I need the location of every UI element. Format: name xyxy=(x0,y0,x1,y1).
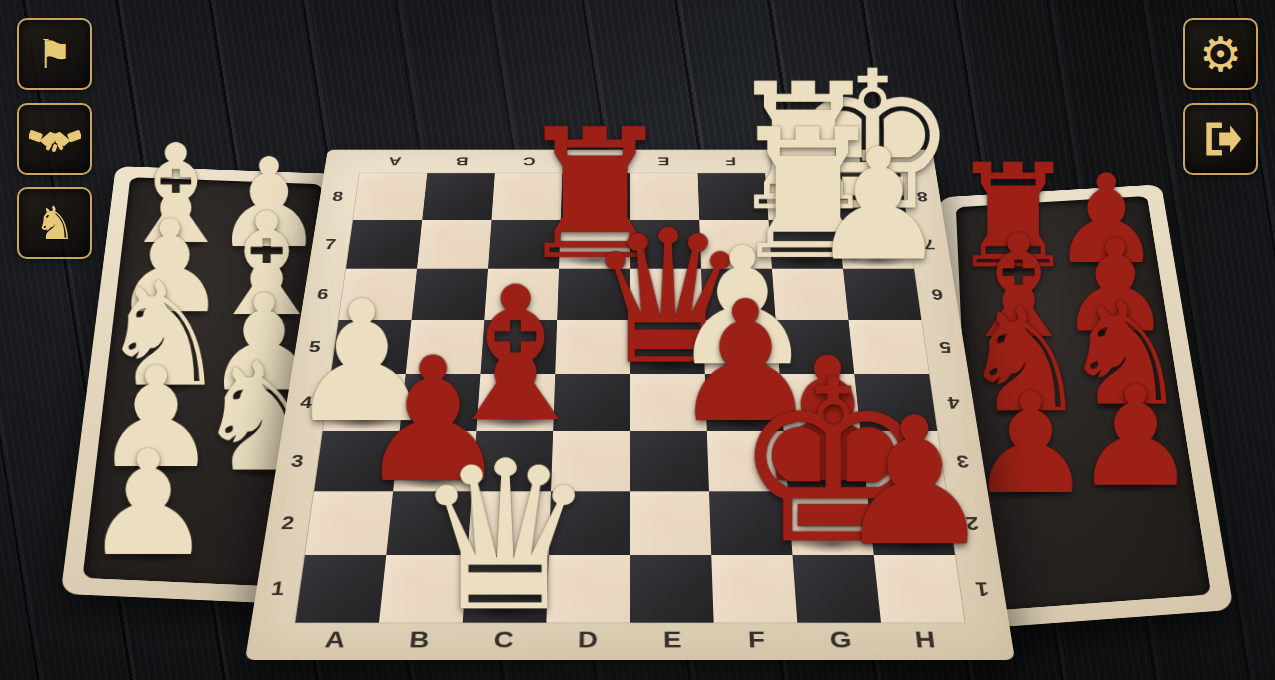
square-h2[interactable] xyxy=(867,491,955,555)
square-h5[interactable] xyxy=(848,320,929,374)
square-d4[interactable] xyxy=(553,374,630,431)
exit-door-arrow-icon xyxy=(1199,117,1243,161)
square-h8[interactable] xyxy=(833,173,907,219)
square-c7[interactable] xyxy=(488,220,561,269)
square-d1[interactable] xyxy=(546,555,630,623)
square-f3[interactable] xyxy=(707,431,788,491)
file-label-bottom-d: D xyxy=(545,628,630,651)
rank-label-right-1: 1 xyxy=(965,579,999,598)
file-label-bottom-c: C xyxy=(461,628,547,651)
square-b8[interactable] xyxy=(422,173,495,219)
square-a2[interactable] xyxy=(305,491,393,555)
gear-icon: ⚙ xyxy=(1199,30,1242,78)
rank-label-left-2: 2 xyxy=(271,514,304,532)
square-e2[interactable] xyxy=(630,491,711,555)
file-label-bottom-h: H xyxy=(882,628,969,651)
square-b2[interactable] xyxy=(386,491,472,555)
exit-button[interactable] xyxy=(1183,103,1258,175)
handshake-icon xyxy=(29,121,81,157)
square-a4[interactable] xyxy=(323,374,406,431)
square-a1[interactable] xyxy=(295,555,386,623)
rank-label-left-3: 3 xyxy=(281,453,313,470)
square-g3[interactable] xyxy=(784,431,867,491)
square-g5[interactable] xyxy=(776,320,855,374)
file-label-top-b: B xyxy=(428,155,496,167)
square-d7[interactable] xyxy=(559,220,630,269)
square-e5[interactable] xyxy=(630,320,705,374)
flag-icon: ⚑ xyxy=(37,34,73,74)
square-g6[interactable] xyxy=(772,269,849,320)
square-c6[interactable] xyxy=(484,269,559,320)
square-h6[interactable] xyxy=(843,269,921,320)
square-d8[interactable] xyxy=(561,173,630,219)
square-d5[interactable] xyxy=(555,320,630,374)
square-a7[interactable] xyxy=(346,220,422,269)
chess-board: AABBCCDDEEFFGGHH1122334455667788♚♜♜♟♜♛♟♟… xyxy=(245,150,1015,660)
square-g8[interactable] xyxy=(765,173,838,219)
rank-label-right-6: 6 xyxy=(923,287,952,302)
file-label-bottom-e: E xyxy=(630,628,715,651)
square-f6[interactable] xyxy=(701,269,776,320)
square-d2[interactable] xyxy=(549,491,630,555)
square-c3[interactable] xyxy=(472,431,553,491)
square-f2[interactable] xyxy=(709,491,793,555)
square-f4[interactable] xyxy=(705,374,784,431)
square-h3[interactable] xyxy=(860,431,945,491)
square-c5[interactable] xyxy=(480,320,557,374)
square-b4[interactable] xyxy=(400,374,481,431)
hint-button[interactable]: ♞ xyxy=(17,187,92,259)
square-a6[interactable] xyxy=(339,269,417,320)
draw-offer-button[interactable] xyxy=(17,103,92,175)
square-f8[interactable] xyxy=(698,173,769,219)
square-d6[interactable] xyxy=(557,269,630,320)
square-f7[interactable] xyxy=(699,220,772,269)
rank-label-left-8: 8 xyxy=(324,190,352,203)
captured-white-pawn: ♟ xyxy=(96,476,204,567)
square-g2[interactable] xyxy=(788,491,874,555)
square-f5[interactable] xyxy=(703,320,780,374)
square-g1[interactable] xyxy=(792,555,880,623)
file-label-bottom-a: A xyxy=(291,628,378,651)
rank-label-left-7: 7 xyxy=(316,237,345,251)
square-b1[interactable] xyxy=(379,555,467,623)
file-label-bottom-g: G xyxy=(798,628,884,651)
square-c8[interactable] xyxy=(492,173,563,219)
file-label-bottom-b: B xyxy=(376,628,462,651)
square-e4[interactable] xyxy=(630,374,707,431)
square-d3[interactable] xyxy=(551,431,630,491)
square-a8[interactable] xyxy=(353,173,427,219)
square-e8[interactable] xyxy=(630,173,699,219)
file-label-bottom-f: F xyxy=(714,628,800,651)
square-e6[interactable] xyxy=(630,269,703,320)
square-g4[interactable] xyxy=(780,374,861,431)
square-h7[interactable] xyxy=(838,220,914,269)
square-b3[interactable] xyxy=(393,431,476,491)
square-b6[interactable] xyxy=(412,269,489,320)
square-e1[interactable] xyxy=(630,555,714,623)
square-e3[interactable] xyxy=(630,431,709,491)
square-c4[interactable] xyxy=(476,374,555,431)
square-h4[interactable] xyxy=(854,374,937,431)
captured-red-pawn: ♟ xyxy=(1078,413,1184,498)
square-b5[interactable] xyxy=(406,320,485,374)
rank-label-left-1: 1 xyxy=(261,579,295,598)
settings-button[interactable]: ⚙ xyxy=(1183,18,1258,90)
game-stage: ♝♟♟♝♞♟♟♞♟ ♜♟♝♟♞♞♟♟ AABBCCDDEEFFGGHH11223… xyxy=(0,0,1275,680)
square-c1[interactable] xyxy=(463,555,549,623)
square-h1[interactable] xyxy=(874,555,965,623)
knight-icon: ♞ xyxy=(34,200,75,246)
board-squares xyxy=(295,173,964,622)
square-g7[interactable] xyxy=(768,220,842,269)
rank-label-right-5: 5 xyxy=(930,339,960,354)
square-e7[interactable] xyxy=(630,220,701,269)
white-pawn-glyph: ♟ xyxy=(83,446,213,562)
square-c2[interactable] xyxy=(468,491,552,555)
resign-button[interactable]: ⚑ xyxy=(17,18,92,90)
file-label-top-a: A xyxy=(361,155,430,167)
square-a5[interactable] xyxy=(331,320,412,374)
square-f1[interactable] xyxy=(711,555,797,623)
square-a3[interactable] xyxy=(314,431,399,491)
square-b7[interactable] xyxy=(417,220,491,269)
